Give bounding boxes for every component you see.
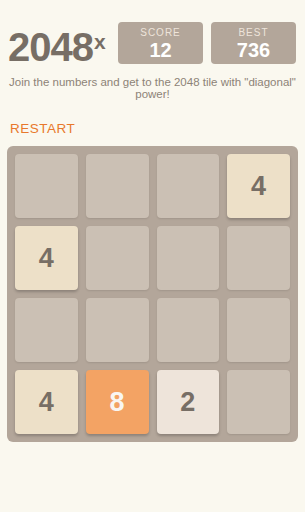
tile-4: 4 [15,370,78,434]
tile-8: 8 [86,370,149,434]
cell-empty [157,154,220,218]
cell-empty [157,298,220,362]
board[interactable]: 44482 [7,146,298,442]
tile-4: 4 [227,154,290,218]
cell-empty [227,226,290,290]
restart-button[interactable]: RESTART [10,121,75,136]
cell-empty [86,154,149,218]
cell-empty [86,226,149,290]
cell-empty [227,298,290,362]
best-box: BEST 736 [211,22,296,64]
game-instructions: Join the numbers and get to the 2048 til… [0,76,305,100]
app-root: 2048x SCORE 12 BEST 736 Join the numbers… [0,0,305,512]
cell-empty [15,154,78,218]
cell-empty [15,298,78,362]
score-panel: SCORE 12 BEST 736 [118,22,296,64]
score-value: 12 [149,40,171,60]
cell-empty [86,298,149,362]
score-label: SCORE [140,27,181,38]
tile-4: 4 [15,226,78,290]
cell-empty [227,370,290,434]
score-box: SCORE 12 [118,22,203,64]
best-label: BEST [238,27,268,38]
title-superscript: x [94,30,106,53]
page-title: 2048x [8,18,105,69]
tile-2: 2 [157,370,220,434]
title-text: 2048 [8,25,93,69]
best-value: 736 [237,40,270,60]
cell-empty [157,226,220,290]
